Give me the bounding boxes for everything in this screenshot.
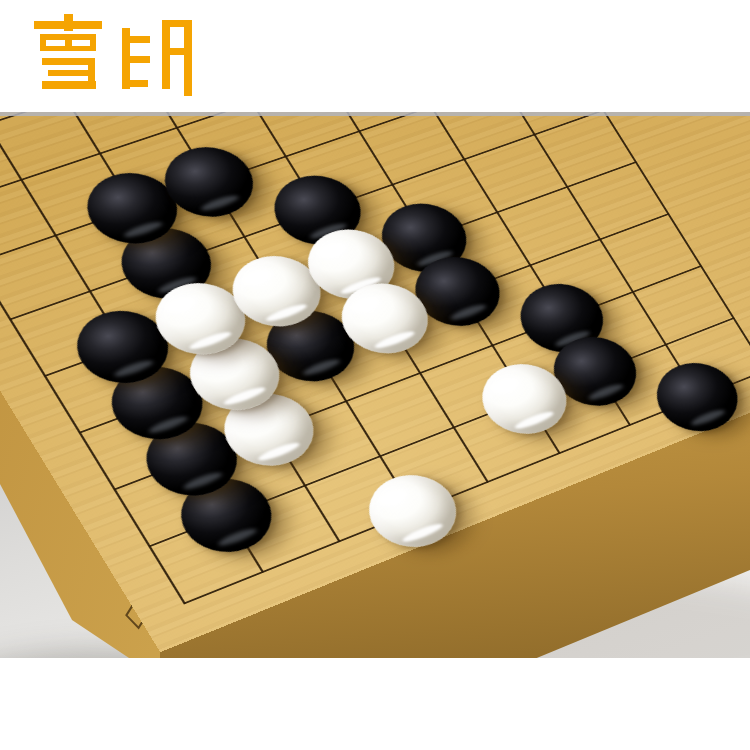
goban-photo: ●●●●●●●●●●●●●●○○○○○○○○ xyxy=(0,112,750,658)
backdrop-edge xyxy=(0,112,750,116)
glyph-in xyxy=(122,20,192,96)
brand-logo: 雪印 xyxy=(32,14,192,96)
brand-logo-glyphs xyxy=(32,14,192,96)
product-photo-page: 雪印 xyxy=(0,0,750,750)
glyph-yuki xyxy=(34,14,102,89)
